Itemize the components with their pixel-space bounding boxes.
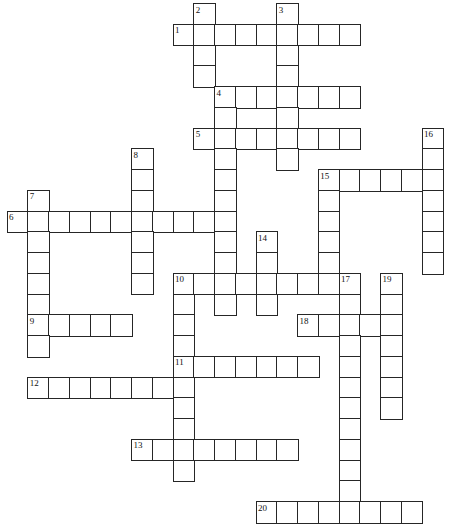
clue-number: 17 bbox=[341, 274, 350, 284]
grid-cell[interactable] bbox=[339, 86, 362, 109]
grid-cell[interactable] bbox=[276, 24, 299, 47]
grid-cell[interactable] bbox=[380, 294, 403, 317]
grid-cell[interactable]: 8 bbox=[131, 148, 154, 171]
grid-cell[interactable] bbox=[214, 211, 237, 234]
grid-cell[interactable] bbox=[214, 294, 237, 317]
grid-cell[interactable]: 13 bbox=[131, 439, 154, 462]
grid-cell[interactable] bbox=[318, 231, 341, 254]
grid-cell[interactable] bbox=[339, 314, 362, 337]
grid-cell[interactable] bbox=[256, 273, 279, 296]
grid-cell[interactable] bbox=[318, 273, 341, 296]
grid-cell[interactable] bbox=[27, 294, 50, 317]
grid-cell[interactable] bbox=[214, 231, 237, 254]
clue-number: 14 bbox=[258, 233, 267, 243]
grid-cell[interactable] bbox=[110, 314, 133, 337]
grid-cell[interactable] bbox=[339, 169, 362, 192]
grid-cell[interactable] bbox=[380, 356, 403, 379]
grid-cell[interactable] bbox=[380, 335, 403, 358]
clue-number: 20 bbox=[258, 503, 267, 513]
grid-cell[interactable] bbox=[193, 45, 216, 68]
grid-cell[interactable] bbox=[173, 294, 196, 317]
grid-cell[interactable] bbox=[131, 190, 154, 213]
grid-cell[interactable] bbox=[214, 439, 237, 462]
clue-number: 1 bbox=[175, 25, 180, 35]
grid-cell[interactable] bbox=[90, 211, 113, 234]
grid-cell[interactable] bbox=[422, 148, 445, 171]
grid-cell[interactable] bbox=[422, 190, 445, 213]
clue-number: 4 bbox=[217, 88, 222, 98]
grid-cell[interactable] bbox=[318, 314, 341, 337]
grid-cell[interactable] bbox=[276, 148, 299, 171]
grid-cell[interactable] bbox=[339, 397, 362, 420]
grid-cell[interactable] bbox=[131, 231, 154, 254]
grid-cell[interactable] bbox=[380, 314, 403, 337]
clue-number: 11 bbox=[175, 357, 184, 367]
grid-cell[interactable] bbox=[339, 439, 362, 462]
grid-cell[interactable]: 9 bbox=[27, 314, 50, 337]
clue-number: 19 bbox=[383, 274, 392, 284]
grid-cell[interactable] bbox=[69, 377, 92, 400]
grid-cell[interactable] bbox=[235, 356, 258, 379]
grid-cell[interactable]: 4 bbox=[214, 86, 237, 109]
grid-cell[interactable] bbox=[235, 273, 258, 296]
grid-cell[interactable] bbox=[256, 356, 279, 379]
grid-cell[interactable] bbox=[339, 501, 362, 524]
grid-cell[interactable] bbox=[131, 211, 154, 234]
grid-cell[interactable] bbox=[69, 314, 92, 337]
grid-cell[interactable] bbox=[339, 460, 362, 483]
grid-cell[interactable] bbox=[90, 377, 113, 400]
grid-cell[interactable] bbox=[339, 377, 362, 400]
grid-cell[interactable] bbox=[214, 273, 237, 296]
grid-cell[interactable] bbox=[359, 501, 382, 524]
grid-cell[interactable] bbox=[131, 273, 154, 296]
grid-cell[interactable] bbox=[297, 356, 320, 379]
grid-cell[interactable] bbox=[27, 335, 50, 358]
grid-cell[interactable] bbox=[214, 252, 237, 275]
grid-cell[interactable] bbox=[276, 356, 299, 379]
clue-number: 6 bbox=[9, 212, 14, 222]
grid-cell[interactable] bbox=[380, 397, 403, 420]
grid-cell[interactable] bbox=[422, 169, 445, 192]
grid-cell[interactable] bbox=[69, 211, 92, 234]
clue-number: 9 bbox=[30, 316, 35, 326]
grid-cell[interactable] bbox=[297, 24, 320, 47]
grid-cell[interactable]: 14 bbox=[256, 231, 279, 254]
grid-cell[interactable] bbox=[276, 128, 299, 151]
grid-cell[interactable]: 7 bbox=[27, 190, 50, 213]
grid-cell[interactable] bbox=[318, 128, 341, 151]
grid-cell[interactable] bbox=[297, 273, 320, 296]
grid-cell[interactable] bbox=[235, 439, 258, 462]
grid-cell[interactable] bbox=[380, 501, 403, 524]
grid-cell[interactable] bbox=[193, 211, 216, 234]
grid-cell[interactable] bbox=[276, 107, 299, 130]
grid-cell[interactable] bbox=[214, 356, 237, 379]
grid-cell[interactable] bbox=[173, 460, 196, 483]
grid-cell[interactable] bbox=[339, 356, 362, 379]
grid-cell[interactable] bbox=[173, 397, 196, 420]
grid-cell[interactable] bbox=[110, 211, 133, 234]
grid-cell[interactable] bbox=[422, 231, 445, 254]
clue-number: 7 bbox=[30, 191, 35, 201]
grid-cell[interactable] bbox=[256, 252, 279, 275]
grid-cell[interactable] bbox=[401, 501, 424, 524]
grid-cell[interactable] bbox=[276, 273, 299, 296]
grid-cell[interactable] bbox=[214, 148, 237, 171]
clue-number: 3 bbox=[279, 5, 284, 15]
grid-cell[interactable]: 20 bbox=[256, 501, 279, 524]
grid-cell[interactable] bbox=[193, 65, 216, 88]
grid-cell[interactable] bbox=[131, 252, 154, 275]
grid-cell[interactable] bbox=[339, 480, 362, 503]
grid-cell[interactable] bbox=[318, 190, 341, 213]
grid-cell[interactable] bbox=[256, 439, 279, 462]
grid-cell[interactable] bbox=[193, 356, 216, 379]
grid-cell[interactable] bbox=[401, 169, 424, 192]
clue-number: 2 bbox=[196, 5, 201, 15]
grid-cell[interactable] bbox=[152, 377, 175, 400]
grid-cell[interactable] bbox=[297, 501, 320, 524]
grid-cell[interactable] bbox=[297, 128, 320, 151]
grid-cell[interactable] bbox=[318, 211, 341, 234]
grid-cell[interactable] bbox=[27, 211, 50, 234]
grid-cell[interactable] bbox=[276, 501, 299, 524]
clue-number: 13 bbox=[134, 440, 143, 450]
grid-cell[interactable] bbox=[235, 24, 258, 47]
crossword-board: 2314516815761410171991811121320 bbox=[0, 0, 450, 531]
grid-cell[interactable] bbox=[193, 24, 216, 47]
grid-cell[interactable] bbox=[256, 86, 279, 109]
grid-cell[interactable] bbox=[193, 439, 216, 462]
grid-cell[interactable] bbox=[214, 107, 237, 130]
grid-cell[interactable] bbox=[422, 211, 445, 234]
grid-cell[interactable] bbox=[339, 335, 362, 358]
clue-number: 5 bbox=[196, 129, 201, 139]
grid-cell[interactable] bbox=[339, 418, 362, 441]
grid-cell[interactable] bbox=[380, 377, 403, 400]
grid-cell[interactable]: 18 bbox=[297, 314, 320, 337]
grid-cell[interactable] bbox=[276, 65, 299, 88]
grid-cell[interactable] bbox=[214, 128, 237, 151]
clue-number: 15 bbox=[320, 171, 329, 181]
grid-cell[interactable] bbox=[152, 439, 175, 462]
clue-number: 10 bbox=[175, 274, 184, 284]
grid-cell[interactable] bbox=[359, 314, 382, 337]
grid-cell[interactable] bbox=[131, 169, 154, 192]
grid-cell[interactable] bbox=[235, 128, 258, 151]
grid-cell[interactable] bbox=[256, 128, 279, 151]
page: 2314516815761410171991811121320 bbox=[0, 0, 450, 531]
grid-cell[interactable]: 3 bbox=[276, 3, 299, 26]
grid-cell[interactable] bbox=[214, 24, 237, 47]
grid-cell[interactable] bbox=[173, 314, 196, 337]
grid-cell[interactable] bbox=[235, 86, 258, 109]
grid-cell[interactable] bbox=[214, 190, 237, 213]
grid-cell[interactable] bbox=[173, 377, 196, 400]
grid-cell[interactable] bbox=[173, 439, 196, 462]
grid-cell[interactable] bbox=[422, 252, 445, 275]
grid-cell[interactable] bbox=[173, 335, 196, 358]
grid-cell[interactable] bbox=[90, 314, 113, 337]
grid-cell[interactable] bbox=[110, 377, 133, 400]
grid-cell[interactable] bbox=[214, 169, 237, 192]
grid-cell[interactable] bbox=[48, 377, 71, 400]
grid-cell[interactable] bbox=[318, 252, 341, 275]
grid-cell[interactable]: 11 bbox=[173, 356, 196, 379]
grid-cell[interactable] bbox=[48, 314, 71, 337]
clue-number: 16 bbox=[424, 129, 433, 139]
grid-cell[interactable] bbox=[193, 273, 216, 296]
grid-cell[interactable] bbox=[297, 86, 320, 109]
clue-number: 8 bbox=[134, 150, 139, 160]
grid-cell[interactable] bbox=[276, 45, 299, 68]
grid-cell[interactable]: 15 bbox=[318, 169, 341, 192]
grid-cell[interactable]: 12 bbox=[27, 377, 50, 400]
grid-cell[interactable] bbox=[256, 294, 279, 317]
grid-cell[interactable] bbox=[339, 24, 362, 47]
grid-cell[interactable] bbox=[359, 169, 382, 192]
grid-cell[interactable] bbox=[152, 211, 175, 234]
grid-cell[interactable] bbox=[380, 169, 403, 192]
grid-cell[interactable] bbox=[318, 86, 341, 109]
clue-number: 18 bbox=[300, 316, 309, 326]
grid-cell[interactable]: 16 bbox=[422, 128, 445, 151]
grid-cell[interactable] bbox=[256, 24, 279, 47]
grid-cell[interactable]: 6 bbox=[7, 211, 30, 234]
grid-cell[interactable] bbox=[276, 86, 299, 109]
clue-number: 12 bbox=[30, 378, 39, 388]
grid-cell[interactable] bbox=[318, 24, 341, 47]
grid-cell[interactable] bbox=[276, 439, 299, 462]
grid-cell[interactable] bbox=[339, 128, 362, 151]
grid-cell[interactable] bbox=[318, 501, 341, 524]
grid-cell[interactable] bbox=[173, 418, 196, 441]
grid-cell[interactable]: 10 bbox=[173, 273, 196, 296]
grid-cell[interactable] bbox=[339, 294, 362, 317]
grid-cell[interactable]: 19 bbox=[380, 273, 403, 296]
grid-cell[interactable] bbox=[173, 211, 196, 234]
grid-cell[interactable]: 17 bbox=[339, 273, 362, 296]
grid-cell[interactable] bbox=[48, 211, 71, 234]
grid-cell[interactable]: 5 bbox=[193, 128, 216, 151]
grid-cell[interactable] bbox=[131, 377, 154, 400]
grid-cell[interactable] bbox=[27, 252, 50, 275]
grid-cell[interactable] bbox=[27, 273, 50, 296]
grid-cell[interactable] bbox=[27, 231, 50, 254]
grid-cell[interactable]: 1 bbox=[173, 24, 196, 47]
grid-cell[interactable]: 2 bbox=[193, 3, 216, 26]
